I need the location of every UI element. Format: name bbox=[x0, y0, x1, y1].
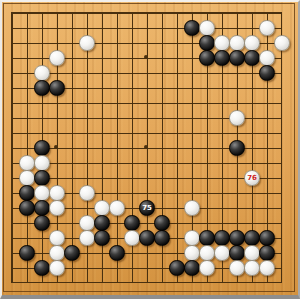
intersection[interactable] bbox=[139, 245, 154, 260]
intersection[interactable] bbox=[34, 35, 49, 50]
intersection[interactable] bbox=[4, 5, 19, 20]
intersection[interactable] bbox=[49, 125, 64, 140]
intersection[interactable] bbox=[169, 155, 184, 170]
intersection[interactable] bbox=[4, 215, 19, 230]
intersection[interactable] bbox=[244, 140, 259, 155]
intersection[interactable] bbox=[124, 200, 139, 215]
intersection[interactable] bbox=[184, 245, 199, 260]
intersection[interactable] bbox=[19, 185, 34, 200]
intersection[interactable] bbox=[169, 245, 184, 260]
intersection[interactable] bbox=[124, 155, 139, 170]
intersection[interactable] bbox=[274, 200, 289, 215]
intersection[interactable] bbox=[169, 20, 184, 35]
intersection[interactable] bbox=[229, 50, 244, 65]
intersection[interactable] bbox=[64, 200, 79, 215]
intersection[interactable] bbox=[229, 155, 244, 170]
intersection[interactable] bbox=[274, 155, 289, 170]
intersection[interactable] bbox=[139, 140, 154, 155]
intersection[interactable] bbox=[214, 95, 229, 110]
intersection[interactable] bbox=[139, 50, 154, 65]
intersection[interactable] bbox=[199, 110, 214, 125]
intersection[interactable] bbox=[19, 50, 34, 65]
intersection[interactable] bbox=[109, 95, 124, 110]
intersection[interactable] bbox=[64, 80, 79, 95]
intersection[interactable] bbox=[244, 35, 259, 50]
intersection[interactable] bbox=[274, 260, 289, 275]
intersection[interactable] bbox=[79, 35, 94, 50]
intersection[interactable] bbox=[244, 20, 259, 35]
intersection[interactable] bbox=[244, 245, 259, 260]
intersection[interactable] bbox=[124, 65, 139, 80]
intersection[interactable] bbox=[49, 65, 64, 80]
intersection[interactable] bbox=[79, 65, 94, 80]
intersection[interactable] bbox=[49, 215, 64, 230]
intersection[interactable] bbox=[139, 110, 154, 125]
intersection[interactable] bbox=[19, 275, 34, 290]
intersection[interactable] bbox=[79, 170, 94, 185]
intersection[interactable] bbox=[199, 5, 214, 20]
intersection[interactable] bbox=[19, 95, 34, 110]
intersection[interactable] bbox=[139, 35, 154, 50]
intersection[interactable] bbox=[94, 200, 109, 215]
intersection[interactable] bbox=[124, 140, 139, 155]
intersection[interactable] bbox=[49, 170, 64, 185]
intersection[interactable] bbox=[34, 245, 49, 260]
intersection[interactable] bbox=[64, 95, 79, 110]
intersection[interactable] bbox=[64, 20, 79, 35]
intersection[interactable] bbox=[229, 275, 244, 290]
intersection[interactable] bbox=[94, 50, 109, 65]
intersection[interactable] bbox=[169, 5, 184, 20]
intersection[interactable] bbox=[94, 215, 109, 230]
intersection[interactable] bbox=[199, 125, 214, 140]
intersection[interactable] bbox=[64, 140, 79, 155]
intersection[interactable] bbox=[199, 35, 214, 50]
intersection[interactable] bbox=[4, 35, 19, 50]
intersection[interactable] bbox=[124, 230, 139, 245]
intersection[interactable] bbox=[259, 80, 274, 95]
intersection[interactable] bbox=[229, 260, 244, 275]
intersection[interactable] bbox=[199, 230, 214, 245]
intersection[interactable] bbox=[184, 170, 199, 185]
intersection[interactable] bbox=[214, 110, 229, 125]
intersection[interactable] bbox=[154, 200, 169, 215]
intersection[interactable] bbox=[229, 230, 244, 245]
intersection[interactable] bbox=[19, 170, 34, 185]
intersection[interactable] bbox=[199, 140, 214, 155]
intersection[interactable] bbox=[244, 185, 259, 200]
intersection[interactable] bbox=[199, 170, 214, 185]
intersection[interactable] bbox=[259, 200, 274, 215]
intersection[interactable] bbox=[4, 65, 19, 80]
intersection[interactable] bbox=[4, 260, 19, 275]
intersection[interactable] bbox=[139, 185, 154, 200]
intersection[interactable] bbox=[259, 65, 274, 80]
intersection[interactable] bbox=[94, 245, 109, 260]
intersection[interactable] bbox=[64, 230, 79, 245]
intersection[interactable] bbox=[244, 230, 259, 245]
intersection[interactable] bbox=[274, 140, 289, 155]
intersection[interactable] bbox=[259, 20, 274, 35]
intersection[interactable] bbox=[154, 140, 169, 155]
intersection[interactable] bbox=[229, 185, 244, 200]
intersection[interactable] bbox=[124, 50, 139, 65]
intersection[interactable] bbox=[79, 140, 94, 155]
intersection[interactable] bbox=[154, 215, 169, 230]
intersection[interactable] bbox=[169, 35, 184, 50]
intersection[interactable] bbox=[184, 275, 199, 290]
intersection[interactable] bbox=[94, 5, 109, 20]
intersection[interactable] bbox=[214, 275, 229, 290]
intersection[interactable] bbox=[79, 215, 94, 230]
intersection[interactable] bbox=[169, 230, 184, 245]
intersection[interactable] bbox=[109, 185, 124, 200]
intersection[interactable] bbox=[94, 260, 109, 275]
intersection[interactable] bbox=[229, 80, 244, 95]
intersection[interactable] bbox=[109, 110, 124, 125]
intersection[interactable] bbox=[94, 275, 109, 290]
intersection[interactable] bbox=[184, 35, 199, 50]
intersection[interactable] bbox=[49, 140, 64, 155]
intersection[interactable] bbox=[79, 260, 94, 275]
intersection[interactable] bbox=[139, 215, 154, 230]
intersection[interactable] bbox=[124, 215, 139, 230]
intersection[interactable] bbox=[184, 200, 199, 215]
intersection[interactable] bbox=[244, 110, 259, 125]
intersection[interactable] bbox=[34, 155, 49, 170]
intersection[interactable] bbox=[64, 245, 79, 260]
intersection[interactable] bbox=[49, 50, 64, 65]
intersection[interactable] bbox=[139, 125, 154, 140]
intersection[interactable] bbox=[169, 215, 184, 230]
intersection[interactable] bbox=[64, 155, 79, 170]
intersection[interactable] bbox=[4, 200, 19, 215]
intersection[interactable] bbox=[139, 155, 154, 170]
intersection[interactable] bbox=[244, 125, 259, 140]
intersection[interactable] bbox=[19, 125, 34, 140]
intersection[interactable] bbox=[34, 230, 49, 245]
intersection[interactable] bbox=[34, 170, 49, 185]
intersection[interactable] bbox=[259, 5, 274, 20]
intersection[interactable] bbox=[49, 5, 64, 20]
intersection[interactable] bbox=[214, 50, 229, 65]
intersection[interactable] bbox=[274, 50, 289, 65]
intersection[interactable] bbox=[4, 275, 19, 290]
intersection[interactable] bbox=[244, 260, 259, 275]
intersection[interactable] bbox=[184, 80, 199, 95]
intersection[interactable] bbox=[139, 260, 154, 275]
intersection[interactable] bbox=[214, 35, 229, 50]
intersection[interactable] bbox=[259, 35, 274, 50]
intersection[interactable] bbox=[124, 170, 139, 185]
intersection[interactable] bbox=[244, 155, 259, 170]
intersection[interactable] bbox=[79, 245, 94, 260]
intersection[interactable] bbox=[124, 245, 139, 260]
intersection[interactable] bbox=[64, 215, 79, 230]
intersection[interactable] bbox=[4, 155, 19, 170]
intersection[interactable] bbox=[184, 95, 199, 110]
intersection[interactable] bbox=[274, 35, 289, 50]
intersection[interactable] bbox=[4, 95, 19, 110]
intersection[interactable] bbox=[64, 125, 79, 140]
intersection[interactable] bbox=[199, 155, 214, 170]
intersection[interactable] bbox=[109, 170, 124, 185]
intersection[interactable] bbox=[259, 185, 274, 200]
intersection[interactable] bbox=[199, 20, 214, 35]
intersection[interactable] bbox=[49, 35, 64, 50]
intersection[interactable] bbox=[139, 65, 154, 80]
intersection[interactable] bbox=[94, 125, 109, 140]
intersection[interactable] bbox=[109, 215, 124, 230]
intersection[interactable] bbox=[274, 125, 289, 140]
intersection[interactable] bbox=[34, 80, 49, 95]
intersection[interactable] bbox=[184, 260, 199, 275]
intersection[interactable] bbox=[109, 35, 124, 50]
intersection[interactable] bbox=[34, 20, 49, 35]
intersection[interactable] bbox=[79, 200, 94, 215]
intersection[interactable] bbox=[154, 5, 169, 20]
intersection[interactable] bbox=[184, 20, 199, 35]
intersection[interactable] bbox=[49, 260, 64, 275]
intersection[interactable] bbox=[124, 95, 139, 110]
intersection[interactable] bbox=[214, 230, 229, 245]
intersection[interactable] bbox=[154, 185, 169, 200]
intersection[interactable] bbox=[214, 125, 229, 140]
intersection[interactable] bbox=[79, 5, 94, 20]
intersection[interactable]: 75 bbox=[139, 200, 154, 215]
intersection[interactable] bbox=[259, 275, 274, 290]
intersection[interactable] bbox=[34, 125, 49, 140]
intersection[interactable] bbox=[169, 185, 184, 200]
intersection[interactable] bbox=[154, 80, 169, 95]
intersection[interactable] bbox=[139, 170, 154, 185]
go-board[interactable]: 7675 bbox=[2, 2, 298, 295]
intersection[interactable] bbox=[49, 80, 64, 95]
intersection[interactable] bbox=[184, 215, 199, 230]
intersection[interactable] bbox=[199, 260, 214, 275]
intersection[interactable] bbox=[19, 65, 34, 80]
intersection[interactable] bbox=[124, 5, 139, 20]
intersection[interactable] bbox=[34, 275, 49, 290]
intersection[interactable] bbox=[139, 80, 154, 95]
intersection[interactable] bbox=[154, 110, 169, 125]
intersection[interactable] bbox=[169, 170, 184, 185]
intersection[interactable] bbox=[19, 35, 34, 50]
intersection[interactable] bbox=[184, 65, 199, 80]
intersection[interactable] bbox=[154, 125, 169, 140]
intersection[interactable] bbox=[169, 260, 184, 275]
intersection[interactable] bbox=[259, 50, 274, 65]
intersection[interactable] bbox=[169, 95, 184, 110]
intersection[interactable] bbox=[139, 230, 154, 245]
intersection[interactable] bbox=[169, 110, 184, 125]
intersection[interactable] bbox=[49, 110, 64, 125]
intersection[interactable] bbox=[34, 185, 49, 200]
intersection[interactable] bbox=[4, 185, 19, 200]
intersection[interactable] bbox=[109, 125, 124, 140]
intersection[interactable] bbox=[79, 50, 94, 65]
intersection[interactable] bbox=[169, 275, 184, 290]
intersection[interactable] bbox=[79, 185, 94, 200]
intersection[interactable] bbox=[259, 110, 274, 125]
intersection[interactable] bbox=[154, 230, 169, 245]
intersection[interactable] bbox=[124, 35, 139, 50]
intersection[interactable] bbox=[199, 275, 214, 290]
intersection[interactable] bbox=[124, 275, 139, 290]
intersection[interactable] bbox=[244, 50, 259, 65]
intersection[interactable] bbox=[274, 185, 289, 200]
intersection[interactable] bbox=[19, 80, 34, 95]
intersection[interactable] bbox=[109, 5, 124, 20]
intersection[interactable] bbox=[4, 110, 19, 125]
intersection[interactable] bbox=[274, 170, 289, 185]
intersection[interactable] bbox=[64, 185, 79, 200]
intersection[interactable] bbox=[199, 65, 214, 80]
intersection[interactable] bbox=[229, 125, 244, 140]
intersection[interactable] bbox=[94, 80, 109, 95]
intersection[interactable] bbox=[64, 170, 79, 185]
intersection[interactable] bbox=[169, 50, 184, 65]
intersection[interactable] bbox=[274, 215, 289, 230]
intersection[interactable] bbox=[49, 200, 64, 215]
intersection[interactable] bbox=[109, 245, 124, 260]
intersection[interactable] bbox=[34, 65, 49, 80]
intersection[interactable] bbox=[214, 245, 229, 260]
intersection[interactable] bbox=[169, 125, 184, 140]
intersection[interactable] bbox=[109, 50, 124, 65]
intersection[interactable] bbox=[94, 185, 109, 200]
intersection[interactable] bbox=[274, 275, 289, 290]
intersection[interactable] bbox=[259, 155, 274, 170]
intersection[interactable] bbox=[244, 65, 259, 80]
intersection[interactable] bbox=[19, 20, 34, 35]
intersection[interactable] bbox=[214, 260, 229, 275]
intersection[interactable] bbox=[214, 215, 229, 230]
intersection[interactable] bbox=[109, 140, 124, 155]
intersection[interactable] bbox=[124, 125, 139, 140]
intersection[interactable] bbox=[34, 50, 49, 65]
intersection[interactable] bbox=[34, 95, 49, 110]
intersection[interactable] bbox=[244, 200, 259, 215]
intersection[interactable] bbox=[109, 80, 124, 95]
intersection[interactable] bbox=[274, 95, 289, 110]
intersection[interactable] bbox=[94, 95, 109, 110]
intersection[interactable] bbox=[274, 245, 289, 260]
intersection[interactable] bbox=[109, 200, 124, 215]
intersection[interactable] bbox=[244, 275, 259, 290]
intersection[interactable] bbox=[244, 5, 259, 20]
intersection[interactable] bbox=[184, 140, 199, 155]
intersection[interactable] bbox=[184, 230, 199, 245]
intersection[interactable] bbox=[49, 95, 64, 110]
intersection[interactable] bbox=[199, 50, 214, 65]
intersection[interactable] bbox=[244, 80, 259, 95]
intersection[interactable] bbox=[79, 80, 94, 95]
intersection[interactable] bbox=[229, 35, 244, 50]
intersection[interactable] bbox=[229, 95, 244, 110]
intersection[interactable] bbox=[124, 185, 139, 200]
intersection[interactable] bbox=[124, 260, 139, 275]
intersection[interactable] bbox=[94, 140, 109, 155]
intersection[interactable] bbox=[259, 245, 274, 260]
intersection[interactable] bbox=[79, 275, 94, 290]
intersection[interactable] bbox=[214, 170, 229, 185]
intersection[interactable] bbox=[109, 260, 124, 275]
intersection[interactable] bbox=[19, 245, 34, 260]
intersection[interactable] bbox=[19, 155, 34, 170]
intersection[interactable] bbox=[4, 245, 19, 260]
intersection[interactable] bbox=[49, 185, 64, 200]
intersection[interactable] bbox=[229, 140, 244, 155]
intersection[interactable] bbox=[214, 155, 229, 170]
intersection[interactable] bbox=[199, 245, 214, 260]
intersection[interactable] bbox=[154, 245, 169, 260]
intersection[interactable] bbox=[214, 5, 229, 20]
intersection[interactable] bbox=[109, 65, 124, 80]
intersection[interactable] bbox=[19, 215, 34, 230]
intersection[interactable] bbox=[154, 50, 169, 65]
intersection[interactable] bbox=[109, 230, 124, 245]
intersection[interactable] bbox=[94, 20, 109, 35]
intersection[interactable] bbox=[184, 155, 199, 170]
intersection[interactable] bbox=[259, 215, 274, 230]
intersection[interactable] bbox=[199, 200, 214, 215]
intersection[interactable] bbox=[79, 155, 94, 170]
intersection[interactable] bbox=[244, 95, 259, 110]
intersection[interactable] bbox=[169, 200, 184, 215]
intersection[interactable] bbox=[139, 5, 154, 20]
intersection[interactable] bbox=[229, 200, 244, 215]
intersection[interactable] bbox=[109, 155, 124, 170]
intersection[interactable] bbox=[19, 140, 34, 155]
intersection[interactable] bbox=[139, 20, 154, 35]
intersection[interactable] bbox=[94, 170, 109, 185]
intersection[interactable] bbox=[274, 230, 289, 245]
intersection[interactable] bbox=[229, 110, 244, 125]
intersection[interactable] bbox=[94, 110, 109, 125]
intersection[interactable] bbox=[79, 230, 94, 245]
intersection[interactable] bbox=[154, 95, 169, 110]
intersection[interactable] bbox=[229, 245, 244, 260]
intersection[interactable] bbox=[49, 275, 64, 290]
intersection[interactable] bbox=[49, 230, 64, 245]
intersection[interactable] bbox=[229, 65, 244, 80]
intersection[interactable] bbox=[4, 20, 19, 35]
intersection[interactable] bbox=[214, 200, 229, 215]
intersection[interactable] bbox=[229, 215, 244, 230]
intersection[interactable] bbox=[124, 20, 139, 35]
intersection[interactable] bbox=[259, 95, 274, 110]
intersection[interactable] bbox=[109, 20, 124, 35]
intersection[interactable] bbox=[229, 5, 244, 20]
intersection[interactable] bbox=[214, 20, 229, 35]
intersection[interactable] bbox=[64, 5, 79, 20]
intersection[interactable] bbox=[4, 50, 19, 65]
intersection[interactable] bbox=[124, 110, 139, 125]
intersection[interactable] bbox=[214, 80, 229, 95]
intersection[interactable] bbox=[169, 80, 184, 95]
intersection[interactable] bbox=[64, 65, 79, 80]
intersection[interactable] bbox=[199, 215, 214, 230]
intersection[interactable] bbox=[94, 65, 109, 80]
intersection[interactable] bbox=[19, 230, 34, 245]
intersection[interactable] bbox=[199, 95, 214, 110]
intersection[interactable] bbox=[124, 80, 139, 95]
intersection[interactable] bbox=[19, 110, 34, 125]
intersection[interactable] bbox=[184, 5, 199, 20]
intersection[interactable] bbox=[274, 65, 289, 80]
intersection[interactable] bbox=[259, 125, 274, 140]
